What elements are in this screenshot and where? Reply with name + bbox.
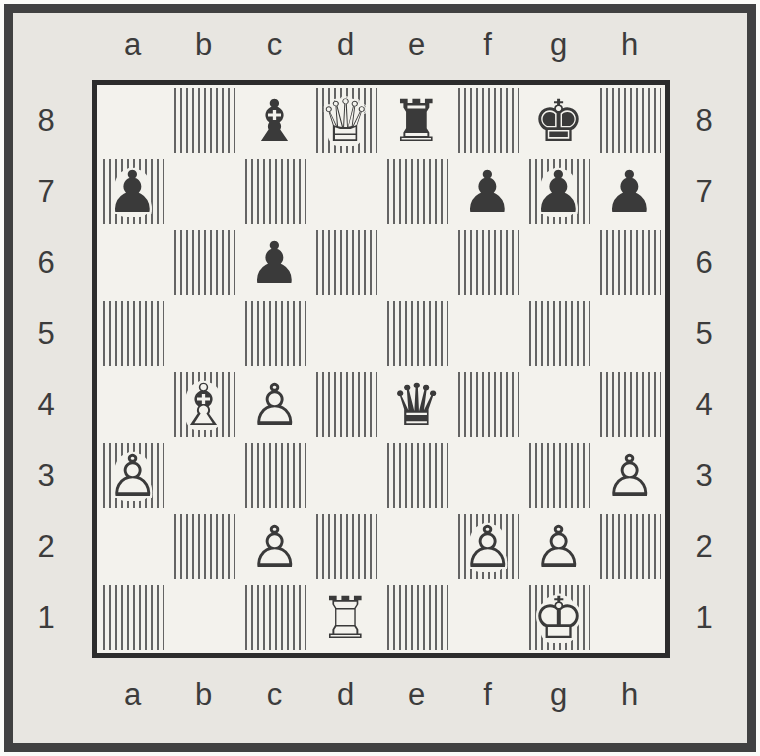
piece-black-queen-e4: ♛ [391, 376, 443, 434]
rank-label-5: 5 [674, 298, 734, 369]
rank-label-7: 7 [674, 156, 734, 227]
square-d6 [310, 227, 381, 298]
square-a1 [97, 582, 168, 653]
square-h5 [594, 298, 665, 369]
square-c4: ♙ [239, 369, 310, 440]
piece-white-king-g1: ♔ [533, 589, 585, 647]
file-label-h: h [594, 16, 665, 74]
square-h8 [594, 85, 665, 156]
square-c8: ♝ [239, 85, 310, 156]
square-g1: ♔ [523, 582, 594, 653]
square-f8 [452, 85, 523, 156]
square-h1 [594, 582, 665, 653]
rank-label-4: 4 [674, 369, 734, 440]
file-label-d: d [310, 16, 381, 74]
piece-white-pawn-c4: ♙ [249, 376, 301, 434]
square-h2 [594, 511, 665, 582]
piece-black-rook-e8: ♜ [391, 92, 443, 150]
piece-white-bishop-b4: ♗ [178, 376, 230, 434]
piece-black-pawn-f7: ♟ [462, 163, 514, 221]
square-g4 [523, 369, 594, 440]
square-e3 [381, 440, 452, 511]
square-c6: ♟ [239, 227, 310, 298]
square-a2 [97, 511, 168, 582]
file-label-h: h [594, 666, 665, 724]
square-d1: ♖ [310, 582, 381, 653]
piece-black-pawn-c6: ♟ [249, 234, 301, 292]
square-h4 [594, 369, 665, 440]
file-labels-bottom: abcdefgh [97, 666, 665, 724]
square-g3 [523, 440, 594, 511]
rank-labels-right: 87654321 [674, 85, 734, 653]
piece-black-bishop-c8: ♝ [249, 92, 301, 150]
square-e5 [381, 298, 452, 369]
square-b7 [168, 156, 239, 227]
square-a6 [97, 227, 168, 298]
square-e2 [381, 511, 452, 582]
piece-black-pawn-g7: ♟ [533, 163, 585, 221]
piece-white-pawn-c2: ♙ [249, 518, 301, 576]
square-d5 [310, 298, 381, 369]
piece-white-rook-d1: ♖ [320, 589, 372, 647]
rank-label-1: 1 [16, 582, 76, 653]
square-c2: ♙ [239, 511, 310, 582]
square-a8 [97, 85, 168, 156]
square-g2: ♙ [523, 511, 594, 582]
square-h3: ♙ [594, 440, 665, 511]
square-d2 [310, 511, 381, 582]
file-label-e: e [381, 16, 452, 74]
square-e8: ♜ [381, 85, 452, 156]
square-f7: ♟ [452, 156, 523, 227]
square-b5 [168, 298, 239, 369]
piece-white-pawn-h3: ♙ [604, 447, 656, 505]
rank-label-3: 3 [16, 440, 76, 511]
rank-label-8: 8 [674, 85, 734, 156]
rank-label-5: 5 [16, 298, 76, 369]
piece-black-pawn-a7: ♟ [107, 163, 159, 221]
square-d7 [310, 156, 381, 227]
square-c3 [239, 440, 310, 511]
rank-label-2: 2 [16, 511, 76, 582]
piece-black-king-g8: ♚ [533, 92, 585, 150]
square-c7 [239, 156, 310, 227]
square-f1 [452, 582, 523, 653]
square-g6 [523, 227, 594, 298]
file-label-e: e [381, 666, 452, 724]
square-e7 [381, 156, 452, 227]
rank-label-7: 7 [16, 156, 76, 227]
square-a7: ♟ [97, 156, 168, 227]
rank-label-3: 3 [674, 440, 734, 511]
square-b2 [168, 511, 239, 582]
rank-label-4: 4 [16, 369, 76, 440]
square-e6 [381, 227, 452, 298]
file-label-b: b [168, 666, 239, 724]
chess-diagram-page: abcdefgh 87654321 ♝♕♜♚♟♟♟♟♟♗♙♛♙♙♙♙♙♖♔ 87… [0, 0, 760, 756]
square-a3: ♙ [97, 440, 168, 511]
file-label-g: g [523, 666, 594, 724]
square-c5 [239, 298, 310, 369]
file-label-d: d [310, 666, 381, 724]
rank-labels-left: 87654321 [16, 85, 76, 653]
file-label-c: c [239, 16, 310, 74]
piece-white-queen-d8: ♕ [320, 92, 372, 150]
square-g7: ♟ [523, 156, 594, 227]
square-d3 [310, 440, 381, 511]
square-e1 [381, 582, 452, 653]
rank-label-6: 6 [674, 227, 734, 298]
square-g5 [523, 298, 594, 369]
file-label-c: c [239, 666, 310, 724]
rank-label-6: 6 [16, 227, 76, 298]
square-b6 [168, 227, 239, 298]
square-a4 [97, 369, 168, 440]
square-d8: ♕ [310, 85, 381, 156]
file-labels-top: abcdefgh [97, 16, 665, 74]
piece-black-pawn-h7: ♟ [604, 163, 656, 221]
square-a5 [97, 298, 168, 369]
square-h6 [594, 227, 665, 298]
rank-label-8: 8 [16, 85, 76, 156]
square-e4: ♛ [381, 369, 452, 440]
square-g8: ♚ [523, 85, 594, 156]
square-b1 [168, 582, 239, 653]
chessboard: ♝♕♜♚♟♟♟♟♟♗♙♛♙♙♙♙♙♖♔ [92, 80, 670, 658]
file-label-f: f [452, 666, 523, 724]
file-label-f: f [452, 16, 523, 74]
square-f3 [452, 440, 523, 511]
piece-white-pawn-a3: ♙ [107, 447, 159, 505]
file-label-b: b [168, 16, 239, 74]
square-f2: ♙ [452, 511, 523, 582]
square-b3 [168, 440, 239, 511]
file-label-g: g [523, 16, 594, 74]
square-d4 [310, 369, 381, 440]
file-label-a: a [97, 16, 168, 74]
square-c1 [239, 582, 310, 653]
square-b4: ♗ [168, 369, 239, 440]
square-f4 [452, 369, 523, 440]
piece-white-pawn-f2: ♙ [462, 518, 514, 576]
rank-label-1: 1 [674, 582, 734, 653]
square-h7: ♟ [594, 156, 665, 227]
file-label-a: a [97, 666, 168, 724]
piece-white-pawn-g2: ♙ [533, 518, 585, 576]
rank-label-2: 2 [674, 511, 734, 582]
square-f6 [452, 227, 523, 298]
square-f5 [452, 298, 523, 369]
square-b8 [168, 85, 239, 156]
